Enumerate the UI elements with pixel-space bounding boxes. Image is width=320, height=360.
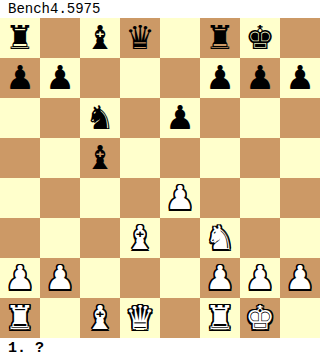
square-b1[interactable] [40,298,80,338]
square-d8[interactable]: ♛ [120,18,160,58]
square-e6[interactable]: ♟ [160,98,200,138]
piece-white-bishop[interactable]: ♝ [125,218,155,258]
square-a1[interactable]: ♜ [0,298,40,338]
square-g6[interactable] [240,98,280,138]
square-f6[interactable] [200,98,240,138]
square-b6[interactable] [40,98,80,138]
square-h8[interactable] [280,18,320,58]
square-h6[interactable] [280,98,320,138]
square-d1[interactable]: ♛ [120,298,160,338]
square-e2[interactable] [160,258,200,298]
piece-white-pawn[interactable]: ♟ [45,258,75,298]
square-c2[interactable] [80,258,120,298]
square-b5[interactable] [40,138,80,178]
square-e5[interactable] [160,138,200,178]
square-e8[interactable] [160,18,200,58]
piece-white-queen[interactable]: ♛ [125,298,155,338]
square-b8[interactable] [40,18,80,58]
square-c3[interactable] [80,218,120,258]
piece-black-knight[interactable]: ♞ [85,98,115,138]
piece-black-rook[interactable]: ♜ [5,18,35,58]
square-a6[interactable] [0,98,40,138]
square-f5[interactable] [200,138,240,178]
square-d5[interactable] [120,138,160,178]
square-a3[interactable] [0,218,40,258]
square-e4[interactable]: ♟ [160,178,200,218]
square-g1[interactable]: ♚ [240,298,280,338]
piece-black-queen[interactable]: ♛ [125,18,155,58]
piece-black-pawn[interactable]: ♟ [245,58,275,98]
square-b4[interactable] [40,178,80,218]
square-h5[interactable] [280,138,320,178]
piece-white-king[interactable]: ♚ [245,298,275,338]
square-b7[interactable]: ♟ [40,58,80,98]
piece-white-pawn[interactable]: ♟ [5,258,35,298]
square-g2[interactable]: ♟ [240,258,280,298]
piece-black-pawn[interactable]: ♟ [205,58,235,98]
square-g8[interactable]: ♚ [240,18,280,58]
square-f1[interactable]: ♜ [200,298,240,338]
square-h3[interactable] [280,218,320,258]
square-f3[interactable]: ♞ [200,218,240,258]
square-e3[interactable] [160,218,200,258]
square-h2[interactable]: ♟ [280,258,320,298]
piece-black-pawn[interactable]: ♟ [285,58,315,98]
piece-white-pawn[interactable]: ♟ [285,258,315,298]
square-g5[interactable] [240,138,280,178]
piece-black-pawn[interactable]: ♟ [165,98,195,138]
piece-black-bishop[interactable]: ♝ [85,138,115,178]
piece-black-king[interactable]: ♚ [245,18,275,58]
piece-white-rook[interactable]: ♜ [205,298,235,338]
square-d7[interactable] [120,58,160,98]
chess-board: ♜♝♛♜♚♟♟♟♟♟♞♟♝♟♝♞♟♟♟♟♟♜♝♛♜♚ [0,18,320,338]
square-e1[interactable] [160,298,200,338]
piece-white-pawn[interactable]: ♟ [245,258,275,298]
square-e7[interactable] [160,58,200,98]
piece-black-pawn[interactable]: ♟ [45,58,75,98]
square-a8[interactable]: ♜ [0,18,40,58]
piece-black-pawn[interactable]: ♟ [5,58,35,98]
square-c7[interactable] [80,58,120,98]
piece-white-pawn[interactable]: ♟ [165,178,195,218]
square-c8[interactable]: ♝ [80,18,120,58]
square-d2[interactable] [120,258,160,298]
square-g3[interactable] [240,218,280,258]
square-c1[interactable]: ♝ [80,298,120,338]
square-c4[interactable] [80,178,120,218]
square-f7[interactable]: ♟ [200,58,240,98]
square-f2[interactable]: ♟ [200,258,240,298]
window-title: Bench4.5975 [0,0,320,18]
piece-white-rook[interactable]: ♜ [5,298,35,338]
square-g7[interactable]: ♟ [240,58,280,98]
square-h1[interactable] [280,298,320,338]
square-b3[interactable] [40,218,80,258]
square-a4[interactable] [0,178,40,218]
square-f4[interactable] [200,178,240,218]
square-d6[interactable] [120,98,160,138]
piece-white-pawn[interactable]: ♟ [205,258,235,298]
square-d4[interactable] [120,178,160,218]
piece-black-rook[interactable]: ♜ [205,18,235,58]
square-a5[interactable] [0,138,40,178]
square-h7[interactable]: ♟ [280,58,320,98]
piece-white-knight[interactable]: ♞ [205,218,235,258]
square-f8[interactable]: ♜ [200,18,240,58]
move-prompt: 1. ? [0,338,320,360]
square-h4[interactable] [280,178,320,218]
square-c5[interactable]: ♝ [80,138,120,178]
square-b2[interactable]: ♟ [40,258,80,298]
square-d3[interactable]: ♝ [120,218,160,258]
square-a2[interactable]: ♟ [0,258,40,298]
piece-white-bishop[interactable]: ♝ [85,298,115,338]
piece-black-bishop[interactable]: ♝ [85,18,115,58]
square-c6[interactable]: ♞ [80,98,120,138]
square-a7[interactable]: ♟ [0,58,40,98]
square-g4[interactable] [240,178,280,218]
